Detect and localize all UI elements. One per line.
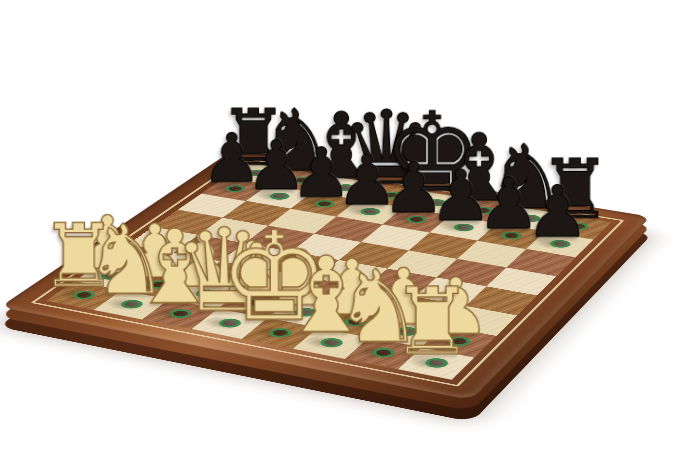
piece-glyph: ♜ [366,275,498,367]
square-h1[interactable]: ♜ [398,347,474,379]
chessboard: ♜♞♝♛♚♝♞♜♟♟♟♟♟♟♟♟♟♟♟♟♟♟♟♟♜♞♝♛♚♝♞♜ [0,149,651,400]
chessboard-scene: ♜♞♝♛♚♝♞♜♟♟♟♟♟♟♟♟♟♟♟♟♟♟♟♟♜♞♝♛♚♝♞♜ [0,0,700,460]
board-top-frame: ♜♞♝♛♚♝♞♜♟♟♟♟♟♟♟♟♟♟♟♟♟♟♟♟♜♞♝♛♚♝♞♜ [0,149,651,400]
square-h7[interactable]: ♟ [526,231,593,257]
piece-glyph: ♟ [498,176,617,247]
chess-set-product-photo: ♜♞♝♛♚♝♞♜♟♟♟♟♟♟♟♟♟♟♟♟♟♟♟♟♜♞♝♛♚♝♞♜ [0,0,700,460]
